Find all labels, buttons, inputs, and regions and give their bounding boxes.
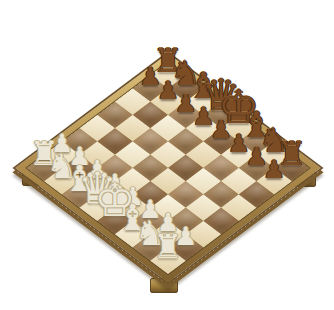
piece-white-rook[interactable]: ♜: [153, 229, 183, 262]
chess-set-photo: ♜♞♝♛♚♝♞♜♟♟♟♟♟♟♟♟♟♟♟♟♟♟♟♟♜♞♝♛♚♝♞♜: [0, 0, 334, 310]
piece-brown-pawn[interactable]: ♟: [263, 158, 285, 183]
